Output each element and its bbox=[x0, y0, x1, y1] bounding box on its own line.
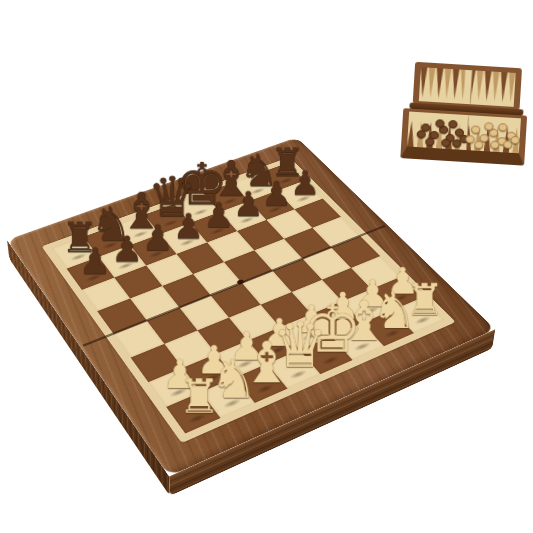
light-checker bbox=[471, 125, 480, 134]
backgammon-point bbox=[443, 69, 451, 99]
white-rook-glyph: ♜ bbox=[154, 374, 243, 421]
backgammon-point bbox=[483, 71, 491, 101]
backgammon-point bbox=[451, 69, 459, 99]
backgammon-point bbox=[491, 72, 499, 102]
backgammon-point bbox=[507, 73, 515, 103]
backgammon-point bbox=[407, 121, 415, 147]
backgammon-point bbox=[499, 72, 507, 102]
light-checker bbox=[474, 140, 483, 149]
backgammon-base-field bbox=[407, 112, 521, 154]
dark-checker bbox=[441, 139, 450, 148]
scene: ♜♞♝♛♚♝♞♜♟♟♟♟♟♟♟♟♟♟♟♟♟♟♟♟♜♞♝♛♚♝♞♜ bbox=[0, 0, 533, 533]
light-checker bbox=[484, 122, 493, 131]
backgammon-point bbox=[435, 68, 443, 98]
dark-checker bbox=[425, 137, 434, 146]
backgammon-point bbox=[475, 71, 483, 101]
chess-board: ♜♞♝♛♚♝♞♜♟♟♟♟♟♟♟♟♟♟♟♟♟♟♟♟♜♞♝♛♚♝♞♜ bbox=[7, 137, 495, 476]
backgammon-point bbox=[427, 68, 435, 98]
backgammon-base-half bbox=[400, 108, 527, 165]
backgammon-point bbox=[419, 67, 427, 97]
backgammon-lid-field bbox=[419, 67, 516, 107]
light-checker bbox=[490, 140, 499, 149]
product-photo: ♜♞♝♛♚♝♞♜♟♟♟♟♟♟♟♟♟♟♟♟♟♟♟♟♜♞♝♛♚♝♞♜ bbox=[0, 0, 533, 533]
inset-open-backgammon-box bbox=[396, 56, 533, 176]
dark-checker bbox=[435, 119, 444, 128]
